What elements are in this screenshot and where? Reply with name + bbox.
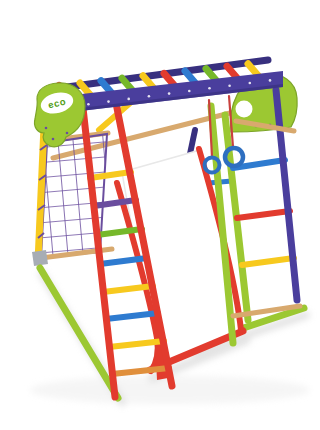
- climbing-gym-illustration: eco: [0, 0, 320, 430]
- post-bracket: [32, 250, 48, 266]
- product-photo-kids-climbing-gym: eco: [0, 0, 320, 430]
- panel-hand-hole: [236, 101, 253, 118]
